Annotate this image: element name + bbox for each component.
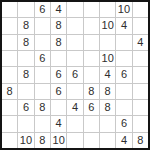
- cell-r5c6[interactable]: [84, 67, 99, 82]
- cell-r7c3[interactable]: 8: [35, 100, 50, 115]
- cell-r6c1[interactable]: 8: [2, 84, 17, 99]
- cell-r4c9[interactable]: [133, 51, 148, 66]
- cell-r9c8[interactable]: 4: [116, 133, 131, 148]
- cell-r1c5[interactable]: [67, 2, 82, 17]
- cell-r4c3[interactable]: 6: [35, 51, 50, 66]
- cell-r5c4[interactable]: 6: [51, 67, 66, 82]
- cell-r8c9[interactable]: [133, 116, 148, 131]
- cell-r9c3[interactable]: 8: [35, 133, 50, 148]
- cell-r9c2[interactable]: 10: [18, 133, 33, 148]
- cell-r7c5[interactable]: 4: [67, 100, 82, 115]
- cell-r6c3[interactable]: [35, 84, 50, 99]
- cell-r8c4[interactable]: 4: [51, 116, 66, 131]
- cell-r3c4[interactable]: 8: [51, 35, 66, 50]
- cell-r8c8[interactable]: 6: [116, 116, 131, 131]
- cell-r5c5[interactable]: 6: [67, 67, 82, 82]
- cell-r1c4[interactable]: 4: [51, 2, 66, 17]
- cell-r3c2[interactable]: 8: [18, 35, 33, 50]
- cell-r3c7[interactable]: [100, 35, 115, 50]
- cell-r4c1[interactable]: [2, 51, 17, 66]
- cell-r4c6[interactable]: [84, 51, 99, 66]
- cell-r5c1[interactable]: [2, 67, 17, 82]
- cell-r5c8[interactable]: 6: [116, 67, 131, 82]
- cell-r5c9[interactable]: [133, 67, 148, 82]
- cell-r7c1[interactable]: [2, 100, 17, 115]
- cell-r9c1[interactable]: [2, 133, 17, 148]
- cell-r8c7[interactable]: [100, 116, 115, 131]
- cell-r6c7[interactable]: 8: [100, 84, 115, 99]
- cell-r2c3[interactable]: [35, 18, 50, 33]
- cell-r7c6[interactable]: 6: [84, 100, 99, 115]
- cell-r6c4[interactable]: 6: [51, 84, 66, 99]
- cell-r1c1[interactable]: [2, 2, 17, 17]
- cell-r3c6[interactable]: [84, 35, 99, 50]
- cell-r4c4[interactable]: [51, 51, 66, 66]
- cell-r6c9[interactable]: [133, 84, 148, 99]
- cell-r9c6[interactable]: [84, 133, 99, 148]
- cell-r1c7[interactable]: [100, 2, 115, 17]
- cell-r8c3[interactable]: [35, 116, 50, 131]
- cell-r2c8[interactable]: 4: [116, 18, 131, 33]
- cell-r7c8[interactable]: [116, 100, 131, 115]
- cell-r8c6[interactable]: [84, 116, 99, 131]
- cell-r3c3[interactable]: [35, 35, 50, 50]
- cell-r5c7[interactable]: 4: [100, 67, 115, 82]
- cell-r1c8[interactable]: 10: [116, 2, 131, 17]
- cell-r3c5[interactable]: [67, 35, 82, 50]
- cell-r1c2[interactable]: [18, 2, 33, 17]
- cell-r6c5[interactable]: [67, 84, 82, 99]
- cell-r6c8[interactable]: [116, 84, 131, 99]
- cell-r8c1[interactable]: [2, 116, 17, 131]
- cell-r3c8[interactable]: [116, 35, 131, 50]
- cell-r9c9[interactable]: 8: [133, 133, 148, 148]
- cell-r5c2[interactable]: 8: [18, 67, 33, 82]
- cell-r2c9[interactable]: [133, 18, 148, 33]
- cell-r6c2[interactable]: [18, 84, 33, 99]
- cell-r1c6[interactable]: [84, 2, 99, 17]
- cell-r4c7[interactable]: 10: [100, 51, 115, 66]
- cell-r2c2[interactable]: 8: [18, 18, 33, 33]
- cell-r2c7[interactable]: 10: [100, 18, 115, 33]
- cell-r4c2[interactable]: [18, 51, 33, 66]
- cell-r2c6[interactable]: [84, 18, 99, 33]
- cell-r8c2[interactable]: [18, 116, 33, 131]
- fillomino-board: 64108810488461086646868868468461081048: [0, 0, 150, 150]
- cell-r1c9[interactable]: [133, 2, 148, 17]
- cell-r4c5[interactable]: [67, 51, 82, 66]
- cell-r2c1[interactable]: [2, 18, 17, 33]
- cell-r6c6[interactable]: 8: [84, 84, 99, 99]
- cell-r2c4[interactable]: 8: [51, 18, 66, 33]
- cell-r4c8[interactable]: [116, 51, 131, 66]
- cell-r7c4[interactable]: [51, 100, 66, 115]
- cell-r7c2[interactable]: 6: [18, 100, 33, 115]
- cell-r2c5[interactable]: [67, 18, 82, 33]
- cell-r9c7[interactable]: [100, 133, 115, 148]
- cell-r9c5[interactable]: [67, 133, 82, 148]
- cell-r3c1[interactable]: [2, 35, 17, 50]
- cell-r5c3[interactable]: [35, 67, 50, 82]
- cell-r1c3[interactable]: 6: [35, 2, 50, 17]
- cell-r7c7[interactable]: 8: [100, 100, 115, 115]
- cell-r9c4[interactable]: 10: [51, 133, 66, 148]
- cell-r8c5[interactable]: [67, 116, 82, 131]
- cell-r7c9[interactable]: [133, 100, 148, 115]
- cell-r3c9[interactable]: 4: [133, 35, 148, 50]
